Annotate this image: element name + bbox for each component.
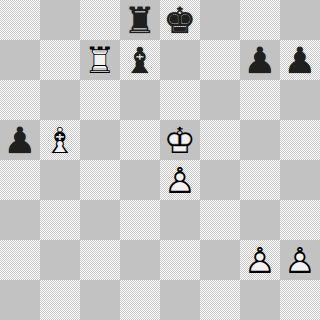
square-e1[interactable] (160, 280, 200, 320)
square-c5[interactable] (80, 120, 120, 160)
square-g5[interactable] (240, 120, 280, 160)
black-bishop[interactable]: ♝ (120, 40, 160, 80)
square-b5[interactable]: ♝♗ (40, 120, 80, 160)
square-e4[interactable]: ♟♙ (160, 160, 200, 200)
square-f3[interactable] (200, 200, 240, 240)
piece-glyph: ♜ (120, 0, 160, 40)
square-c8[interactable] (80, 0, 120, 40)
square-d3[interactable] (120, 200, 160, 240)
square-c4[interactable] (80, 160, 120, 200)
square-c2[interactable] (80, 240, 120, 280)
piece-outline-layer: ♔ (160, 120, 200, 160)
square-h8[interactable] (280, 0, 320, 40)
square-b2[interactable] (40, 240, 80, 280)
square-h5[interactable] (280, 120, 320, 160)
black-pawn[interactable]: ♟ (240, 40, 280, 80)
square-g6[interactable] (240, 80, 280, 120)
square-g3[interactable] (240, 200, 280, 240)
square-f7[interactable] (200, 40, 240, 80)
square-a1[interactable] (0, 280, 40, 320)
square-e2[interactable] (160, 240, 200, 280)
white-rook[interactable]: ♜♖ (80, 40, 120, 80)
square-h6[interactable] (280, 80, 320, 120)
square-a3[interactable] (0, 200, 40, 240)
square-h2[interactable]: ♟♙ (280, 240, 320, 280)
square-c3[interactable] (80, 200, 120, 240)
square-c6[interactable] (80, 80, 120, 120)
piece-outline-layer: ♗ (40, 120, 80, 160)
piece-outline-layer: ♙ (160, 160, 200, 200)
square-e3[interactable] (160, 200, 200, 240)
square-f2[interactable] (200, 240, 240, 280)
piece-glyph: ♟ (0, 120, 40, 160)
square-g4[interactable] (240, 160, 280, 200)
square-a6[interactable] (0, 80, 40, 120)
piece-glyph: ♝ (120, 40, 160, 80)
square-e5[interactable]: ♚♔ (160, 120, 200, 160)
square-h7[interactable]: ♟ (280, 40, 320, 80)
square-h4[interactable] (280, 160, 320, 200)
white-king[interactable]: ♚♔ (160, 120, 200, 160)
square-d6[interactable] (120, 80, 160, 120)
piece-outline-layer: ♙ (240, 240, 280, 280)
square-a4[interactable] (0, 160, 40, 200)
square-f5[interactable] (200, 120, 240, 160)
square-a2[interactable] (0, 240, 40, 280)
square-b1[interactable] (40, 280, 80, 320)
square-a5[interactable]: ♟ (0, 120, 40, 160)
square-h3[interactable] (280, 200, 320, 240)
square-g2[interactable]: ♟♙ (240, 240, 280, 280)
piece-outline-layer: ♖ (80, 40, 120, 80)
piece-outline-layer: ♙ (280, 240, 320, 280)
square-b3[interactable] (40, 200, 80, 240)
square-a7[interactable] (0, 40, 40, 80)
square-b7[interactable] (40, 40, 80, 80)
square-d2[interactable] (120, 240, 160, 280)
square-c7[interactable]: ♜♖ (80, 40, 120, 80)
square-e7[interactable] (160, 40, 200, 80)
piece-glyph: ♟ (280, 40, 320, 80)
white-pawn[interactable]: ♟♙ (240, 240, 280, 280)
square-e6[interactable] (160, 80, 200, 120)
black-pawn[interactable]: ♟ (280, 40, 320, 80)
square-c1[interactable] (80, 280, 120, 320)
black-rook[interactable]: ♜ (120, 0, 160, 40)
square-g8[interactable] (240, 0, 280, 40)
white-pawn[interactable]: ♟♙ (160, 160, 200, 200)
square-d4[interactable] (120, 160, 160, 200)
square-e8[interactable]: ♚ (160, 0, 200, 40)
square-h1[interactable] (280, 280, 320, 320)
piece-glyph: ♚ (160, 0, 200, 40)
white-bishop[interactable]: ♝♗ (40, 120, 80, 160)
piece-glyph: ♟ (240, 40, 280, 80)
black-king[interactable]: ♚ (160, 0, 200, 40)
black-pawn[interactable]: ♟ (0, 120, 40, 160)
square-f1[interactable] (200, 280, 240, 320)
square-f6[interactable] (200, 80, 240, 120)
square-g7[interactable]: ♟ (240, 40, 280, 80)
square-d7[interactable]: ♝ (120, 40, 160, 80)
square-d5[interactable] (120, 120, 160, 160)
chess-board: ♜♚♜♖♝♟♟♟♝♗♚♔♟♙♟♙♟♙ (0, 0, 320, 320)
square-d8[interactable]: ♜ (120, 0, 160, 40)
square-a8[interactable] (0, 0, 40, 40)
square-g1[interactable] (240, 280, 280, 320)
white-pawn[interactable]: ♟♙ (280, 240, 320, 280)
square-f4[interactable] (200, 160, 240, 200)
square-f8[interactable] (200, 0, 240, 40)
square-b4[interactable] (40, 160, 80, 200)
square-b8[interactable] (40, 0, 80, 40)
square-b6[interactable] (40, 80, 80, 120)
square-d1[interactable] (120, 280, 160, 320)
